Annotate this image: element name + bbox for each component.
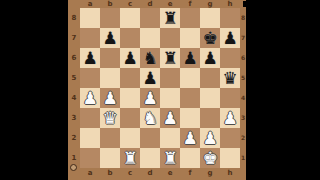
file-label-b: b: [100, 0, 120, 8]
white-pawn-h3: ♟: [222, 108, 237, 128]
corner-circle-icon: [70, 164, 77, 171]
square-h1: [220, 148, 240, 168]
black-pawn-c6: ♟: [122, 48, 137, 68]
black-queen-h5: ♛: [222, 68, 237, 88]
file-labels-top: abcdefgh: [80, 0, 240, 8]
square-b5: [100, 68, 120, 88]
square-c7: [120, 28, 140, 48]
square-b1: [100, 148, 120, 168]
square-a8: [80, 8, 100, 28]
square-d3: ♞: [140, 108, 160, 128]
file-label-f: f: [180, 0, 200, 8]
white-pawn-a4: ♟: [82, 88, 97, 108]
rank-label-8: 8: [240, 8, 246, 28]
square-h5: ♛: [220, 68, 240, 88]
rank-labels-left: 87654321: [68, 8, 80, 168]
file-label-a: a: [80, 0, 100, 8]
black-rook-e6: ♜: [162, 48, 177, 68]
white-pawn-e3: ♟: [162, 108, 177, 128]
square-e7: [160, 28, 180, 48]
square-c4: [120, 88, 140, 108]
square-b2: [100, 128, 120, 148]
rank-label-2: 2: [240, 128, 246, 148]
square-h7: ♟: [220, 28, 240, 48]
file-label-h: h: [220, 0, 240, 8]
square-f3: [180, 108, 200, 128]
rank-label-6: 6: [68, 48, 80, 68]
square-h6: [220, 48, 240, 68]
square-e4: [160, 88, 180, 108]
square-b6: [100, 48, 120, 68]
square-d2: [140, 128, 160, 148]
square-b7: ♟: [100, 28, 120, 48]
square-e2: [160, 128, 180, 148]
square-h2: [220, 128, 240, 148]
black-pawn-d5: ♟: [142, 68, 157, 88]
square-g2: ♟: [200, 128, 220, 148]
black-pawn-f6: ♟: [182, 48, 197, 68]
white-rook-c1: ♜: [122, 148, 137, 168]
square-f8: [180, 8, 200, 28]
board-grid: ♜♟♚♟♟♟♞♜♟♟♟♛♟♟♟♛♞♟♟♟♟♜♜♚: [80, 8, 240, 168]
square-b3: ♛: [100, 108, 120, 128]
square-f4: [180, 88, 200, 108]
square-d5: ♟: [140, 68, 160, 88]
square-e5: [160, 68, 180, 88]
white-pawn-d4: ♟: [142, 88, 157, 108]
square-c6: ♟: [120, 48, 140, 68]
black-king-g7: ♚: [202, 28, 217, 48]
rank-label-7: 7: [240, 28, 246, 48]
rank-label-5: 5: [68, 68, 80, 88]
square-g7: ♚: [200, 28, 220, 48]
square-g1: ♚: [200, 148, 220, 168]
file-label-c: c: [120, 168, 140, 180]
file-label-g: g: [200, 0, 220, 8]
square-a7: [80, 28, 100, 48]
square-g4: [200, 88, 220, 108]
square-c1: ♜: [120, 148, 140, 168]
square-d8: [140, 8, 160, 28]
rank-label-4: 4: [240, 88, 246, 108]
file-label-g: g: [200, 168, 220, 180]
square-d4: ♟: [140, 88, 160, 108]
rank-label-6: 6: [240, 48, 246, 68]
square-h4: [220, 88, 240, 108]
square-f2: ♟: [180, 128, 200, 148]
white-king-g1: ♚: [202, 148, 217, 168]
black-pawn-g6: ♟: [202, 48, 217, 68]
square-e1: ♜: [160, 148, 180, 168]
square-a6: ♟: [80, 48, 100, 68]
rank-label-7: 7: [68, 28, 80, 48]
white-knight-d3: ♞: [142, 108, 157, 128]
black-knight-d6: ♞: [142, 48, 157, 68]
black-pawn-b7: ♟: [102, 28, 117, 48]
square-g3: [200, 108, 220, 128]
rank-label-8: 8: [68, 8, 80, 28]
square-b8: [100, 8, 120, 28]
square-f7: [180, 28, 200, 48]
white-pawn-f2: ♟: [182, 128, 197, 148]
rank-labels-right: 87654321: [240, 8, 246, 168]
rank-label-5: 5: [240, 68, 246, 88]
square-e3: ♟: [160, 108, 180, 128]
file-labels-bottom: abcdefgh: [80, 168, 240, 180]
video-frame: { "game": "chess", "position": "4r3/1p4k…: [0, 0, 320, 180]
chess-board: abcdefgh abcdefgh 87654321 87654321 ♜♟♚♟…: [68, 0, 246, 180]
black-rook-e8: ♜: [162, 8, 177, 28]
square-c3: [120, 108, 140, 128]
white-pawn-b4: ♟: [102, 88, 117, 108]
square-f5: [180, 68, 200, 88]
white-pawn-g2: ♟: [202, 128, 217, 148]
square-f6: ♟: [180, 48, 200, 68]
square-d1: [140, 148, 160, 168]
white-queen-b3: ♛: [102, 108, 117, 128]
square-g6: ♟: [200, 48, 220, 68]
rank-label-4: 4: [68, 88, 80, 108]
square-a5: [80, 68, 100, 88]
square-h3: ♟: [220, 108, 240, 128]
square-e6: ♜: [160, 48, 180, 68]
rank-label-2: 2: [68, 128, 80, 148]
rank-label-1: 1: [240, 148, 246, 168]
file-label-c: c: [120, 0, 140, 8]
rank-label-3: 3: [240, 108, 246, 128]
square-a1: [80, 148, 100, 168]
square-a2: [80, 128, 100, 148]
square-e8: ♜: [160, 8, 180, 28]
square-a4: ♟: [80, 88, 100, 108]
white-rook-e1: ♜: [162, 148, 177, 168]
square-a3: [80, 108, 100, 128]
square-g8: [200, 8, 220, 28]
square-b4: ♟: [100, 88, 120, 108]
square-d7: [140, 28, 160, 48]
file-label-d: d: [140, 168, 160, 180]
black-pawn-a6: ♟: [82, 48, 97, 68]
square-d6: ♞: [140, 48, 160, 68]
square-g5: [200, 68, 220, 88]
rank-label-3: 3: [68, 108, 80, 128]
file-label-h: h: [220, 168, 240, 180]
black-to-move-indicator: [243, 1, 249, 7]
file-label-a: a: [80, 168, 100, 180]
square-h8: [220, 8, 240, 28]
file-label-e: e: [160, 168, 180, 180]
black-pawn-h7: ♟: [222, 28, 237, 48]
square-c8: [120, 8, 140, 28]
square-f1: [180, 148, 200, 168]
square-c5: [120, 68, 140, 88]
file-label-d: d: [140, 0, 160, 8]
file-label-b: b: [100, 168, 120, 180]
square-c2: [120, 128, 140, 148]
file-label-f: f: [180, 168, 200, 180]
